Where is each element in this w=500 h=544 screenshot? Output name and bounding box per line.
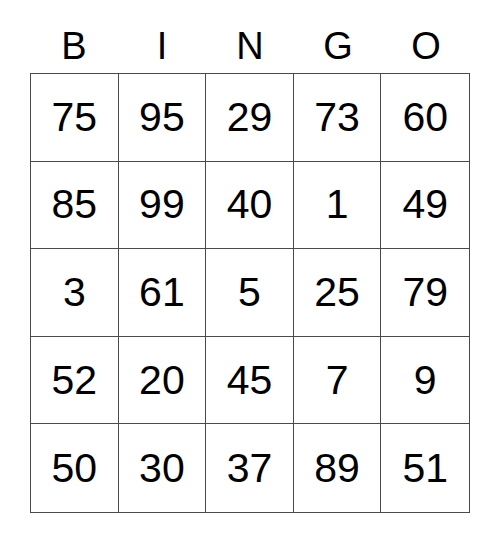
bingo-cell-r1c5: 60 bbox=[381, 74, 469, 162]
header-letter-b: B bbox=[30, 0, 118, 73]
header-letter-g: G bbox=[294, 0, 382, 73]
bingo-cell-r5c1: 50 bbox=[31, 424, 119, 512]
bingo-grid: 75 95 29 73 60 85 99 40 1 49 3 61 5 25 7… bbox=[30, 73, 470, 513]
header-letter-n: N bbox=[206, 0, 294, 73]
bingo-cell-r2c5: 49 bbox=[381, 162, 469, 250]
header-letter-o: O bbox=[382, 0, 470, 73]
bingo-cell-r3c3: 5 bbox=[206, 249, 294, 337]
bingo-card: B I N G O 75 95 29 73 60 85 99 40 1 49 3… bbox=[0, 0, 500, 544]
bingo-cell-r3c5: 79 bbox=[381, 249, 469, 337]
bingo-cell-r2c2: 99 bbox=[119, 162, 207, 250]
bingo-cell-r4c2: 20 bbox=[119, 337, 207, 425]
bingo-header: B I N G O bbox=[30, 0, 470, 73]
bingo-cell-r1c4: 73 bbox=[294, 74, 382, 162]
bingo-cell-r5c3: 37 bbox=[206, 424, 294, 512]
bingo-cell-r2c1: 85 bbox=[31, 162, 119, 250]
bingo-cell-r4c3: 45 bbox=[206, 337, 294, 425]
bingo-cell-r4c5: 9 bbox=[381, 337, 469, 425]
bingo-cell-r5c4: 89 bbox=[294, 424, 382, 512]
header-letter-i: I bbox=[118, 0, 206, 73]
bingo-cell-r1c3: 29 bbox=[206, 74, 294, 162]
bingo-cell-r3c2: 61 bbox=[119, 249, 207, 337]
bingo-cell-r3c1: 3 bbox=[31, 249, 119, 337]
bingo-cell-r5c5: 51 bbox=[381, 424, 469, 512]
bingo-cell-r5c2: 30 bbox=[119, 424, 207, 512]
bingo-cell-r2c3: 40 bbox=[206, 162, 294, 250]
bingo-cell-r3c4: 25 bbox=[294, 249, 382, 337]
bingo-cell-r4c4: 7 bbox=[294, 337, 382, 425]
bingo-cell-r4c1: 52 bbox=[31, 337, 119, 425]
bingo-cell-r2c4: 1 bbox=[294, 162, 382, 250]
bingo-cell-r1c1: 75 bbox=[31, 74, 119, 162]
bingo-cell-r1c2: 95 bbox=[119, 74, 207, 162]
